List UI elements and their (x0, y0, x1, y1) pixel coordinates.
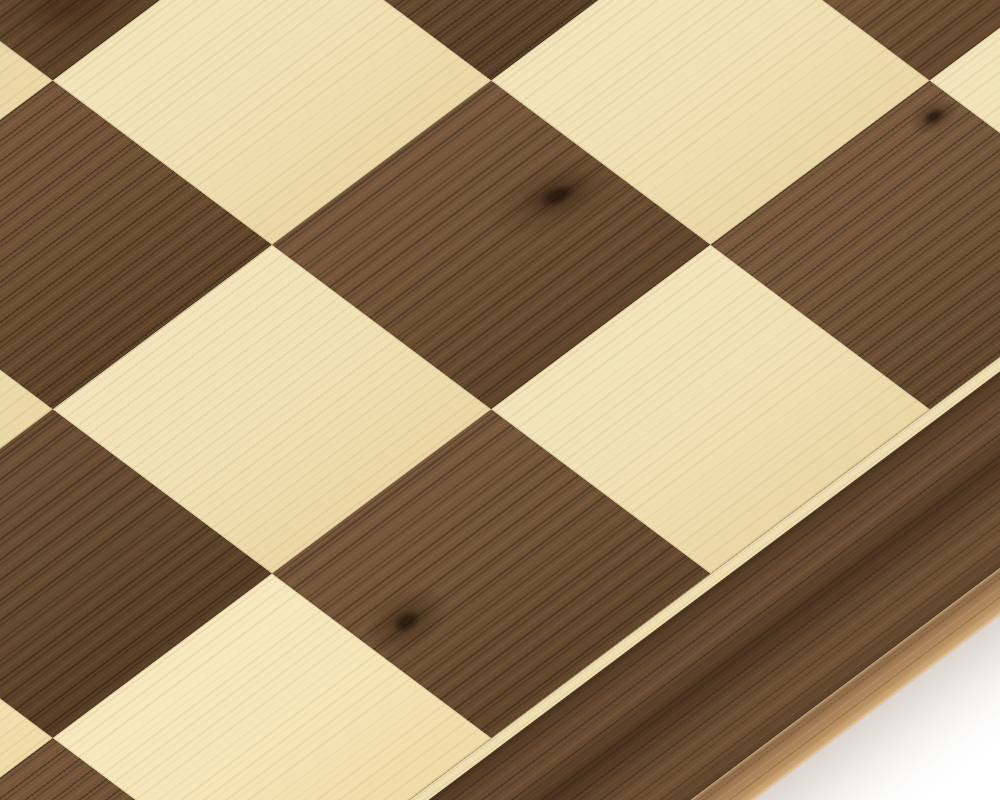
chess-board (0, 0, 1000, 800)
product-photo (0, 0, 1000, 800)
